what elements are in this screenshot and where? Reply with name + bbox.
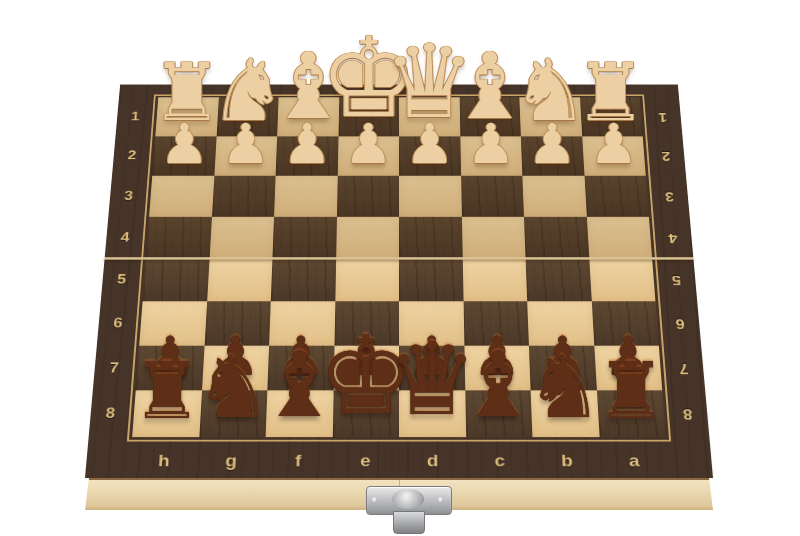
square-g4[interactable]	[209, 217, 274, 259]
square-d3[interactable]	[399, 176, 461, 217]
box-clasp[interactable]	[366, 486, 450, 532]
piece-white-pawn-b2[interactable]: ♟	[528, 117, 577, 172]
file-label-h: h	[129, 451, 198, 471]
rank-label-right-2: 2	[647, 148, 685, 163]
rank-label-right-4: 4	[654, 230, 693, 246]
square-g5[interactable]	[207, 258, 273, 301]
file-label-f: f	[264, 451, 332, 471]
square-c3[interactable]	[461, 176, 524, 217]
square-b4[interactable]	[524, 217, 589, 259]
square-e4[interactable]	[336, 217, 399, 259]
file-label-a: a	[600, 451, 669, 471]
piece-white-pawn-d2[interactable]: ♟	[405, 117, 454, 172]
piece-white-pawn-h2[interactable]: ♟	[160, 117, 209, 172]
product-photo-scene: 12345678 12345678 hgfedcba ♜♞♝♚♛♝♞♜♟♟♟♟♟…	[0, 0, 800, 536]
square-b3[interactable]	[522, 176, 586, 217]
piece-white-pawn-g2[interactable]: ♟	[221, 117, 270, 172]
rank-label-right-5: 5	[657, 272, 696, 288]
rank-label-left-1: 1	[117, 109, 154, 123]
square-b5[interactable]	[526, 258, 592, 301]
rank-label-right-1: 1	[644, 109, 681, 123]
square-c4[interactable]	[461, 217, 525, 259]
rank-label-left-3: 3	[110, 189, 148, 204]
square-h4[interactable]	[146, 217, 212, 259]
square-h3[interactable]	[149, 176, 214, 217]
file-label-g: g	[197, 451, 266, 471]
square-e5[interactable]	[335, 258, 399, 301]
rank-label-left-2: 2	[113, 148, 151, 163]
file-label-c: c	[466, 451, 534, 471]
file-label-e: e	[331, 451, 399, 471]
rank-label-right-3: 3	[650, 189, 688, 204]
rank-label-left-4: 4	[106, 230, 145, 246]
square-f5[interactable]	[271, 258, 336, 301]
rank-label-left-5: 5	[102, 272, 141, 288]
rank-label-left-7: 7	[94, 360, 134, 377]
file-label-d: d	[399, 451, 467, 471]
square-d5[interactable]	[399, 258, 463, 301]
rank-label-right-7: 7	[664, 360, 704, 377]
file-label-b: b	[533, 451, 602, 471]
clasp-screw-left	[372, 497, 378, 503]
square-g3[interactable]	[212, 176, 276, 217]
square-e3[interactable]	[337, 176, 399, 217]
clasp-tab[interactable]	[393, 511, 425, 534]
square-h5[interactable]	[143, 258, 210, 301]
piece-black-rook-a8[interactable]: ♜	[596, 352, 666, 430]
clasp-screw-right	[438, 497, 444, 503]
rank-label-left-8: 8	[90, 405, 131, 422]
rank-label-right-8: 8	[667, 405, 708, 422]
piece-black-knight-b8[interactable]: ♞	[526, 344, 603, 430]
square-f4[interactable]	[272, 217, 336, 259]
piece-white-pawn-f2[interactable]: ♟	[282, 117, 331, 172]
rank-label-right-6: 6	[660, 315, 700, 331]
piece-black-rook-h8[interactable]: ♜	[132, 352, 202, 430]
square-a4[interactable]	[586, 217, 652, 259]
rank-label-left-6: 6	[98, 315, 138, 331]
piece-white-pawn-c2[interactable]: ♟	[466, 117, 515, 172]
square-f3[interactable]	[274, 176, 337, 217]
piece-white-pawn-e2[interactable]: ♟	[344, 117, 393, 172]
piece-white-pawn-a2[interactable]: ♟	[589, 117, 638, 172]
square-d4[interactable]	[399, 217, 462, 259]
square-c5[interactable]	[462, 258, 527, 301]
clasp-dome	[392, 489, 424, 509]
square-a3[interactable]	[584, 176, 649, 217]
square-a5[interactable]	[589, 258, 656, 301]
